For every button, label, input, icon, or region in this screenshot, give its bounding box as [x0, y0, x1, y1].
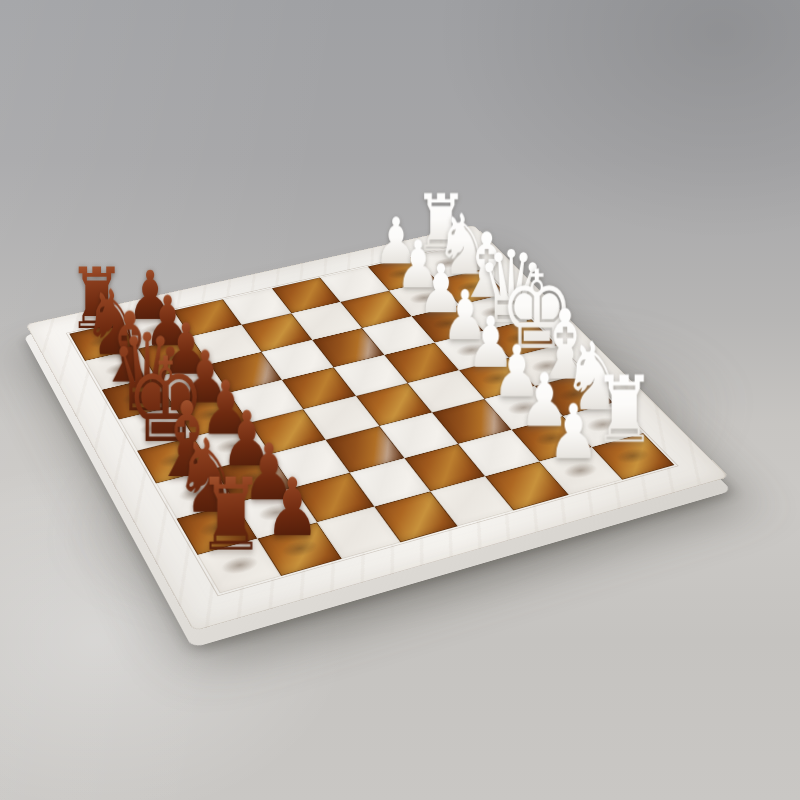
board-squares: ♜♟♟♜♞♟♟♞♝♟♟♝♛♟♟♛♚♟♟♚♝♟♟♝♞♟♟♞♜♟♟♜: [69, 246, 674, 593]
piece-white-rook: ♜: [593, 364, 656, 456]
piece-brown-rook: ♜: [196, 465, 264, 565]
alabaster-chess-photo: ♜♟♟♜♞♟♟♞♝♟♟♝♛♟♟♛♚♟♟♚♝♟♟♝♞♟♟♞♜♟♟♜: [0, 0, 800, 800]
chess-board: ♜♟♟♜♞♟♟♞♝♟♟♝♛♟♟♛♚♟♟♚♝♟♟♝♞♟♟♞♜♟♟♜: [26, 225, 730, 631]
piece-white-pawn: ♟: [548, 395, 600, 471]
piece-brown-pawn: ♟: [265, 469, 320, 549]
square-a1: ♜: [592, 433, 675, 480]
perspective-stage: ♜♟♟♜♞♟♟♞♝♟♟♝♛♟♟♛♚♟♟♚♝♟♟♝♞♟♟♞♜♟♟♜: [0, 0, 800, 800]
